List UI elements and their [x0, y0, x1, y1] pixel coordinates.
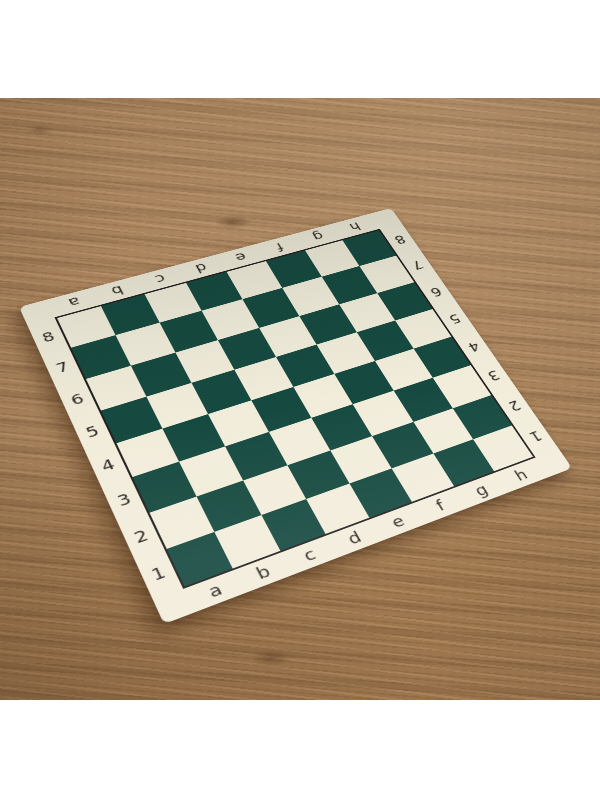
- rank-label-right-6: 6: [428, 285, 444, 298]
- rank-label-right-7: 7: [410, 259, 426, 272]
- file-label-top-g: g: [310, 230, 326, 242]
- file-label-top-d: d: [193, 261, 209, 274]
- rank-label-right-4: 4: [466, 340, 483, 354]
- file-label-bottom-d: d: [345, 529, 364, 547]
- file-label-top-h: h: [347, 220, 363, 232]
- file-label-top-a: a: [66, 295, 82, 309]
- rank-label-left-4: 4: [99, 457, 117, 474]
- rank-label-left-5: 5: [84, 424, 102, 441]
- file-label-bottom-f: f: [433, 498, 447, 513]
- rank-label-right-3: 3: [485, 368, 502, 383]
- rank-label-right-5: 5: [446, 312, 463, 326]
- file-label-top-f: f: [274, 241, 286, 253]
- rank-label-left-3: 3: [115, 491, 133, 509]
- file-label-top-c: c: [153, 272, 168, 285]
- rank-label-right-2: 2: [506, 398, 523, 413]
- rank-label-left-2: 2: [132, 527, 151, 546]
- rank-label-left-7: 7: [54, 360, 71, 375]
- rank-label-left-8: 8: [40, 330, 57, 345]
- file-label-bottom-g: g: [472, 482, 490, 499]
- file-label-bottom-h: h: [512, 467, 530, 483]
- file-label-top-b: b: [110, 283, 126, 297]
- file-label-bottom-b: b: [254, 563, 273, 582]
- rank-label-right-1: 1: [527, 428, 545, 444]
- file-label-bottom-e: e: [389, 513, 407, 530]
- file-label-bottom-a: a: [206, 581, 225, 600]
- file-label-top-e: e: [233, 251, 249, 264]
- rank-label-left-1: 1: [149, 564, 168, 583]
- rank-label-left-6: 6: [69, 391, 86, 407]
- photo-area: aa88bb77cc66dd55ee44ff33gg22hh11: [0, 98, 600, 700]
- file-label-bottom-c: c: [301, 546, 318, 564]
- rank-label-right-8: 8: [392, 233, 408, 245]
